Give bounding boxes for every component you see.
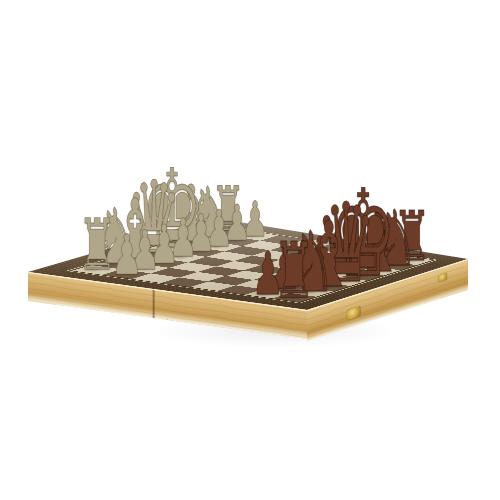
piece-white-pawn-a2: ♟ xyxy=(111,227,142,283)
chess-set-product-photo: ♜♞♝♛♚♝♞♜♟♟♟♟♟♟♟♟♟♟♟♟♟♟♟♟♜♞♝♛♚♝♞♜ xyxy=(0,0,500,500)
piece-black-rook-a8: ♜ xyxy=(273,232,316,309)
pieces-layer: ♜♞♝♛♚♝♞♜♟♟♟♟♟♟♟♟♟♟♟♟♟♟♟♟♜♞♝♛♚♝♞♜ xyxy=(0,0,500,500)
